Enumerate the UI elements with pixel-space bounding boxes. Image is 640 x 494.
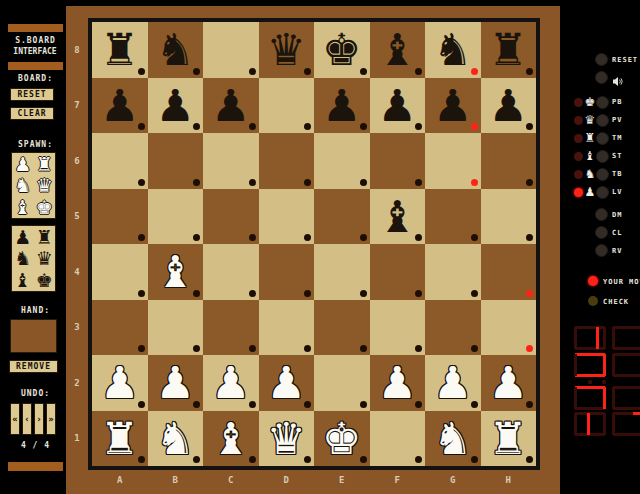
corner-dot	[360, 179, 367, 186]
corner-dot	[193, 68, 200, 75]
square-g6[interactable]	[425, 133, 481, 189]
remove-button[interactable]: REMOVE	[9, 360, 58, 373]
rank-label-2: 2	[66, 355, 88, 411]
corner-dot	[193, 179, 200, 186]
square-g3[interactable]	[425, 300, 481, 356]
corner-dot	[360, 68, 367, 75]
corner-dot	[304, 234, 311, 241]
spawn-black-bishop[interactable]: ♝	[12, 269, 34, 291]
corner-dot	[249, 290, 256, 297]
segment-mid-vertical-lit	[587, 413, 590, 435]
rv-button[interactable]	[595, 244, 608, 257]
tm-piece-icon: ♜	[584, 132, 596, 145]
piece-white-pawn[interactable]: ♟	[378, 355, 417, 411]
square-e1[interactable]: ♚	[314, 411, 370, 467]
square-b3[interactable]	[148, 300, 204, 356]
undo-button-1[interactable]: ‹	[22, 403, 32, 435]
square-h6[interactable]	[481, 133, 537, 189]
pv-piece-icon: ♛	[584, 114, 596, 127]
square-d4[interactable]	[259, 244, 315, 300]
file-label-G: G	[425, 470, 481, 490]
segment-top-right-lit	[633, 412, 640, 415]
cl-button[interactable]	[595, 226, 608, 239]
rank-label-1: 1	[66, 411, 88, 467]
corner-dot	[304, 401, 311, 408]
sidebar-divider-bottom	[8, 462, 63, 471]
dm-button[interactable]	[595, 208, 608, 221]
undo-button-2[interactable]: ›	[34, 403, 44, 435]
corner-dot	[138, 68, 145, 75]
piece-black-knight[interactable]: ♞	[156, 22, 195, 78]
segment-bottom-unlit	[575, 407, 605, 410]
file-label-F: F	[370, 470, 426, 490]
sound-button[interactable]	[595, 71, 608, 84]
rank-label-3: 3	[66, 300, 88, 356]
spawn-piece-glyph: ♞	[14, 248, 31, 268]
seven-segment-display	[574, 326, 640, 441]
corner-dot	[249, 456, 256, 463]
piece-white-bishop[interactable]: ♝	[211, 411, 250, 467]
square-c5[interactable]	[203, 189, 259, 245]
seg-digit-r2c2	[612, 353, 640, 377]
corner-dot	[193, 290, 200, 297]
file-label-A: A	[92, 470, 148, 490]
undo-counter: 4 / 4	[8, 441, 63, 450]
segment-mid-vertical-lit	[596, 327, 599, 349]
check-led	[588, 296, 598, 306]
segment-right-lit	[603, 387, 606, 409]
corner-dot	[138, 234, 145, 241]
corner-dot	[138, 401, 145, 408]
corner-dot	[415, 123, 422, 130]
corner-dot	[249, 345, 256, 352]
rank-label-6: 6	[66, 133, 88, 189]
spawn-piece-glyph: ♜	[36, 227, 53, 247]
square-d1[interactable]: ♛	[259, 411, 315, 467]
corner-dot	[526, 401, 533, 408]
spawn-black-queen[interactable]: ♛	[34, 248, 56, 270]
rank-label-7: 7	[66, 78, 88, 134]
corner-dot	[193, 456, 200, 463]
piece-black-pawn[interactable]: ♟	[100, 78, 139, 134]
piece-white-knight[interactable]: ♞	[433, 411, 472, 467]
square-b7[interactable]: ♟	[148, 78, 204, 134]
spawn-black-rook[interactable]: ♜	[34, 226, 56, 248]
piece-white-knight[interactable]: ♞	[156, 411, 195, 467]
square-h1[interactable]: ♜	[481, 411, 537, 467]
seg-digit-r3c1	[574, 386, 606, 410]
square-b6[interactable]	[148, 133, 204, 189]
corner-dot	[138, 456, 145, 463]
app-title-line1: S.BOARD	[8, 36, 63, 45]
pb-button[interactable]	[596, 96, 609, 109]
square-f8[interactable]: ♝	[370, 22, 426, 78]
segment-bottom-unlit	[575, 433, 605, 436]
corner-dot	[471, 456, 478, 463]
spawn-piece-glyph: ♞	[14, 175, 31, 195]
piece-black-knight[interactable]: ♞	[433, 22, 472, 78]
corner-dot	[193, 123, 200, 130]
chess-board[interactable]: ♜♞♛♚♝♞♜♟♟♟♟♟♟♟♝♝♟♟♟♟♟♟♟♜♞♝♛♚♞♜	[92, 22, 536, 466]
square-f3[interactable]	[370, 300, 426, 356]
st-piece-icon: ♝	[584, 150, 596, 163]
spawn-piece-glyph: ♝	[14, 270, 31, 290]
segment-right-lit	[603, 354, 606, 376]
segment-bottom-unlit	[613, 347, 640, 350]
piece-white-pawn[interactable]: ♟	[489, 355, 528, 411]
corner-dot	[360, 123, 367, 130]
tm-label: TM	[612, 134, 622, 142]
square-e7[interactable]: ♟	[314, 78, 370, 134]
corner-dot	[526, 234, 533, 241]
piece-black-rook[interactable]: ♜	[489, 22, 528, 78]
square-e5[interactable]	[314, 189, 370, 245]
file-label-H: H	[481, 470, 537, 490]
dm-label: DM	[612, 211, 622, 219]
corner-dot	[360, 234, 367, 241]
spawn-piece-glyph: ♝	[14, 197, 31, 217]
spawn-piece-glyph: ♛	[36, 248, 53, 268]
segment-top-lit	[575, 386, 605, 389]
corner-dot	[360, 345, 367, 352]
segment-right-unlit	[603, 413, 606, 435]
piece-black-pawn[interactable]: ♟	[156, 78, 195, 134]
your-move-led	[588, 276, 598, 286]
lv-button[interactable]	[596, 186, 609, 199]
square-a7[interactable]: ♟	[92, 78, 148, 134]
pv-button[interactable]	[596, 114, 609, 127]
square-h3[interactable]	[481, 300, 537, 356]
corner-dot	[304, 290, 311, 297]
square-g2[interactable]: ♟	[425, 355, 481, 411]
board-reset-button[interactable]: RESET	[10, 88, 54, 101]
spawn-white-rook[interactable]: ♜	[34, 153, 56, 175]
rv-label: RV	[612, 247, 622, 255]
your-move-label: YOUR MOVE	[603, 278, 640, 286]
spawn-white-king[interactable]: ♚	[34, 196, 56, 218]
corner-dot	[304, 179, 311, 186]
square-h4[interactable]	[481, 244, 537, 300]
corner-dot	[360, 456, 367, 463]
corner-dot	[249, 123, 256, 130]
check-label: CHECK	[603, 298, 629, 306]
segment-right-unlit	[603, 327, 606, 349]
segment-top-unlit	[575, 412, 605, 415]
segment-bottom-unlit	[575, 347, 605, 350]
sidebar-divider-2	[8, 62, 63, 70]
piece-black-pawn[interactable]: ♟	[378, 78, 417, 134]
piece-white-queen[interactable]: ♛	[267, 411, 306, 467]
corner-dot	[193, 234, 200, 241]
square-h7[interactable]: ♟	[481, 78, 537, 134]
file-label-D: D	[259, 470, 315, 490]
red-corner-dot	[471, 123, 478, 130]
square-a3[interactable]	[92, 300, 148, 356]
spawn-piece-glyph: ♜	[36, 154, 53, 174]
square-a4[interactable]	[92, 244, 148, 300]
spawn-piece-glyph: ♟	[14, 154, 31, 174]
square-h2[interactable]: ♟	[481, 355, 537, 411]
segment-left-unlit	[574, 327, 577, 349]
undo-button-3[interactable]: »	[46, 403, 56, 435]
reset-button-right[interactable]	[595, 53, 608, 66]
file-label-E: E	[314, 470, 370, 490]
corner-dot	[526, 456, 533, 463]
corner-dot	[415, 234, 422, 241]
square-c6[interactable]	[203, 133, 259, 189]
board-clear-button[interactable]: CLEAR	[10, 107, 54, 120]
red-corner-dot	[471, 179, 478, 186]
seg-digit-r2c1	[574, 353, 606, 377]
file-label-C: C	[203, 470, 259, 490]
st-button[interactable]	[596, 150, 609, 163]
square-e2[interactable]	[314, 355, 370, 411]
piece-black-bishop[interactable]: ♝	[378, 22, 417, 78]
square-e3[interactable]	[314, 300, 370, 356]
segment-left-unlit	[574, 387, 577, 409]
square-h8[interactable]: ♜	[481, 22, 537, 78]
undo-section-label: UNDO:	[8, 389, 63, 398]
corner-dot	[249, 401, 256, 408]
seg-digit-r4c1	[574, 412, 606, 436]
pb-led	[574, 98, 583, 107]
hand-box[interactable]	[10, 319, 57, 353]
square-d7[interactable]	[259, 78, 315, 134]
cl-label: CL	[612, 229, 622, 237]
corner-dot	[360, 290, 367, 297]
piece-white-pawn[interactable]: ♟	[433, 355, 472, 411]
square-c1[interactable]: ♝	[203, 411, 259, 467]
square-h5[interactable]	[481, 189, 537, 245]
tb-label: TB	[612, 170, 622, 178]
tm-button[interactable]	[596, 132, 609, 145]
undo-controls: «‹›»	[10, 403, 58, 435]
corner-dot	[526, 123, 533, 130]
piece-white-bishop[interactable]: ♝	[156, 244, 195, 300]
lv-label: LV	[612, 188, 622, 196]
st-led	[574, 152, 583, 161]
piece-white-king[interactable]: ♚	[322, 411, 361, 467]
spawn-piece-glyph: ♛	[36, 175, 53, 195]
pb-piece-icon: ♚	[584, 96, 596, 109]
app-title-line2: INTERFACE	[6, 47, 64, 56]
square-a6[interactable]	[92, 133, 148, 189]
spawn-white-bishop[interactable]: ♝	[12, 196, 34, 218]
segment-bottom-unlit	[613, 433, 640, 436]
corner-dot	[138, 123, 145, 130]
tb-led	[574, 170, 583, 179]
square-c2[interactable]: ♟	[203, 355, 259, 411]
square-a8[interactable]: ♜	[92, 22, 148, 78]
square-f4[interactable]	[370, 244, 426, 300]
square-g4[interactable]	[425, 244, 481, 300]
square-d8[interactable]: ♛	[259, 22, 315, 78]
corner-dot	[471, 401, 478, 408]
corner-dot	[360, 401, 367, 408]
segment-top-unlit	[613, 353, 640, 356]
spawn-black-king[interactable]: ♚	[34, 269, 56, 291]
piece-white-pawn[interactable]: ♟	[211, 355, 250, 411]
seg-digit-r1c1	[574, 326, 606, 350]
square-a2[interactable]: ♟	[92, 355, 148, 411]
square-f1[interactable]	[370, 411, 426, 467]
segment-left-unlit	[612, 413, 615, 435]
segment-top-unlit	[613, 326, 640, 329]
chess-computer-screen: ♜♞♛♚♝♞♜♟♟♟♟♟♟♟♝♝♟♟♟♟♟♟♟♜♞♝♛♚♞♜ 87654321 …	[0, 0, 640, 494]
red-corner-dot	[526, 290, 533, 297]
square-e8[interactable]: ♚	[314, 22, 370, 78]
corner-dot	[415, 179, 422, 186]
speaker-icon	[612, 72, 623, 83]
pb-label: PB	[612, 98, 622, 106]
square-d5[interactable]	[259, 189, 315, 245]
spawn-section-label: SPAWN:	[8, 140, 63, 149]
seg-digit-r1c2	[612, 326, 640, 350]
colon-dot-unlit	[602, 380, 606, 384]
square-a5[interactable]	[92, 189, 148, 245]
corner-dot	[138, 179, 145, 186]
square-f2[interactable]: ♟	[370, 355, 426, 411]
piece-white-pawn[interactable]: ♟	[267, 355, 306, 411]
segment-left-unlit	[612, 387, 615, 409]
red-corner-dot	[471, 68, 478, 75]
lv-led	[574, 188, 583, 197]
file-label-B: B	[148, 470, 204, 490]
piece-white-rook[interactable]: ♜	[489, 411, 528, 467]
piece-black-pawn[interactable]: ♟	[433, 78, 472, 134]
corner-dot	[138, 345, 145, 352]
square-e6[interactable]	[314, 133, 370, 189]
corner-dot	[249, 179, 256, 186]
segment-top-lit	[575, 353, 605, 356]
segment-top-unlit	[575, 326, 605, 329]
hand-section-label: HAND:	[8, 306, 63, 315]
piece-white-rook[interactable]: ♜	[100, 411, 139, 467]
colon-dot-unlit	[588, 380, 592, 384]
corner-dot	[304, 456, 311, 463]
corner-dot	[249, 68, 256, 75]
rank-label-5: 5	[66, 189, 88, 245]
segment-left-unlit	[612, 327, 615, 349]
square-b5[interactable]	[148, 189, 204, 245]
red-corner-dot	[526, 345, 533, 352]
tb-button[interactable]	[596, 168, 609, 181]
square-c3[interactable]	[203, 300, 259, 356]
square-c8[interactable]	[203, 22, 259, 78]
spawn-piece-glyph: ♚	[36, 270, 53, 290]
corner-dot	[249, 234, 256, 241]
piece-white-pawn[interactable]: ♟	[156, 355, 195, 411]
tb-piece-icon: ♞	[584, 168, 596, 181]
spawn-palette-white[interactable]: ♟♜♞♛♝♚	[11, 152, 56, 219]
board-section-label: BOARD:	[8, 74, 63, 83]
corner-dot	[138, 290, 145, 297]
corner-dot	[471, 290, 478, 297]
seg-digit-r3c2	[612, 386, 640, 410]
pv-led	[574, 116, 583, 125]
corner-dot	[304, 68, 311, 75]
square-f7[interactable]: ♟	[370, 78, 426, 134]
segment-top-unlit	[613, 386, 640, 389]
corner-dot	[471, 345, 478, 352]
pv-label: PV	[612, 116, 622, 124]
square-c4[interactable]	[203, 244, 259, 300]
spawn-black-knight[interactable]: ♞	[12, 248, 34, 270]
spawn-palette-black[interactable]: ♟♜♞♛♝♚	[11, 225, 56, 292]
piece-black-rook[interactable]: ♜	[100, 22, 139, 78]
segment-bottom-unlit	[613, 374, 640, 377]
square-g7[interactable]: ♟	[425, 78, 481, 134]
square-b1[interactable]: ♞	[148, 411, 204, 467]
corner-dot	[526, 179, 533, 186]
piece-black-pawn[interactable]: ♟	[489, 78, 528, 134]
square-f6[interactable]	[370, 133, 426, 189]
piece-black-bishop[interactable]: ♝	[378, 189, 417, 245]
corner-dot	[304, 345, 311, 352]
square-a1[interactable]: ♜	[92, 411, 148, 467]
undo-button-0[interactable]: «	[10, 403, 20, 435]
spawn-white-knight[interactable]: ♞	[12, 175, 34, 197]
piece-white-pawn[interactable]: ♟	[100, 355, 139, 411]
square-d2[interactable]: ♟	[259, 355, 315, 411]
spawn-white-pawn[interactable]: ♟	[12, 153, 34, 175]
corner-dot	[193, 345, 200, 352]
rank-label-8: 8	[66, 22, 88, 78]
square-d6[interactable]	[259, 133, 315, 189]
corner-dot	[193, 401, 200, 408]
seg-digit-r4c2	[612, 412, 640, 436]
st-label: ST	[612, 152, 622, 160]
piece-black-pawn[interactable]: ♟	[211, 78, 250, 134]
spawn-black-pawn[interactable]: ♟	[12, 226, 34, 248]
lv-piece-icon: ♟	[584, 186, 596, 199]
sidebar-divider-top	[8, 24, 63, 32]
rank-label-4: 4	[66, 244, 88, 300]
corner-dot	[415, 68, 422, 75]
reset-right-label: RESET	[612, 56, 638, 64]
square-g8[interactable]: ♞	[425, 22, 481, 78]
spawn-white-queen[interactable]: ♛	[34, 175, 56, 197]
segment-bottom-unlit	[613, 407, 640, 410]
corner-dot	[471, 234, 478, 241]
segment-bottom-lit	[575, 374, 605, 377]
corner-dot	[415, 401, 422, 408]
square-b8[interactable]: ♞	[148, 22, 204, 78]
piece-black-king[interactable]: ♚	[322, 22, 361, 78]
segment-left-unlit	[574, 354, 577, 376]
corner-dot	[415, 290, 422, 297]
tm-led	[574, 134, 583, 143]
piece-black-queen[interactable]: ♛	[267, 22, 306, 78]
square-c7[interactable]: ♟	[203, 78, 259, 134]
corner-dot	[415, 345, 422, 352]
segment-left-unlit	[574, 413, 577, 435]
segment-left-unlit	[612, 354, 615, 376]
corner-dot	[526, 68, 533, 75]
square-g5[interactable]	[425, 189, 481, 245]
corner-dot	[415, 456, 422, 463]
corner-dot	[304, 123, 311, 130]
square-b2[interactable]: ♟	[148, 355, 204, 411]
square-e4[interactable]	[314, 244, 370, 300]
piece-black-pawn[interactable]: ♟	[322, 78, 361, 134]
square-f5[interactable]: ♝	[370, 189, 426, 245]
square-g1[interactable]: ♞	[425, 411, 481, 467]
spawn-piece-glyph: ♚	[36, 197, 53, 217]
spawn-piece-glyph: ♟	[14, 227, 31, 247]
square-d3[interactable]	[259, 300, 315, 356]
square-b4[interactable]: ♝	[148, 244, 204, 300]
